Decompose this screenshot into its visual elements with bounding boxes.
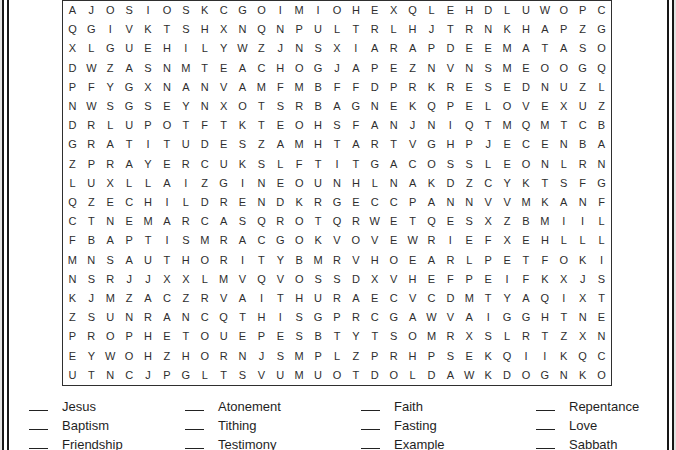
grid-cell: M <box>295 370 304 381</box>
grid-cell: C <box>125 197 133 208</box>
grid-cell: W <box>86 101 96 112</box>
grid-cell: G <box>87 24 96 35</box>
grid-cell: H <box>352 178 360 189</box>
grid-cell: X <box>163 274 170 285</box>
grid-cell: P <box>371 351 378 362</box>
grid-cell: L <box>183 197 189 208</box>
word-label: Repentance <box>569 399 639 414</box>
grid-cell: L <box>334 351 340 362</box>
word-label: Sabbath <box>569 437 617 450</box>
grid-cell: P <box>447 101 454 112</box>
window-frame-right-line-inner <box>667 0 669 450</box>
grid-cell: R <box>333 255 341 266</box>
grid-cell: Q <box>427 101 436 112</box>
grid-cell: V <box>220 293 227 304</box>
grid-cell: D <box>446 178 454 189</box>
grid-cell: I <box>146 5 149 16</box>
grid-cell: O <box>522 159 531 170</box>
word-list-item: Testimony <box>185 434 277 450</box>
grid-cell: R <box>465 24 473 35</box>
grid-cell: B <box>579 139 586 150</box>
grid-cell: P <box>144 120 151 131</box>
grid-cell: H <box>144 331 152 342</box>
word-list-item: Tithing <box>185 415 257 435</box>
grid-cell: E <box>466 235 473 246</box>
grid-cell: H <box>409 274 417 285</box>
grid-cell: Y <box>88 351 95 362</box>
grid-cell: I <box>279 5 282 16</box>
grid-cell: L <box>561 235 567 246</box>
word-list-row: Jesus Atonement Faith Repentance <box>0 396 676 415</box>
grid-cell: C <box>579 120 587 131</box>
grid-cell: E <box>69 351 76 362</box>
grid-cell: K <box>503 24 510 35</box>
grid-cell: P <box>560 24 567 35</box>
grid-cell: J <box>278 43 284 54</box>
grid-cell: D <box>371 82 379 93</box>
grid-cell: I <box>146 139 149 150</box>
grid-cell: M <box>540 120 549 131</box>
grid-cell: E <box>390 216 397 227</box>
grid-cell: D <box>68 63 76 74</box>
grid-cell: R <box>371 139 379 150</box>
grid-cell: I <box>543 351 546 362</box>
word-label: Friendship <box>62 437 123 450</box>
grid-cell: L <box>485 101 491 112</box>
grid-cell: H <box>522 24 530 35</box>
grid-cell: O <box>295 120 304 131</box>
grid-cell: S <box>333 274 340 285</box>
answer-blank <box>361 415 380 430</box>
grid-cell: C <box>125 370 133 381</box>
grid-cell: T <box>447 24 454 35</box>
grid-cell: L <box>485 159 491 170</box>
grid-cell: J <box>259 351 265 362</box>
grid-cell: Q <box>408 5 417 16</box>
grid-cell: J <box>145 274 151 285</box>
grid-cell: L <box>107 120 113 131</box>
grid-cell: N <box>390 178 398 189</box>
grid-cell: V <box>352 255 359 266</box>
grid-cell: Z <box>88 197 95 208</box>
grid-cell: S <box>560 178 567 189</box>
grid-cell: X <box>466 331 473 342</box>
grid-cell: J <box>89 293 95 304</box>
grid-cell: A <box>220 216 227 227</box>
grid-cell: O <box>295 178 304 189</box>
grid-cell: R <box>106 274 114 285</box>
word-label: Jesus <box>62 399 96 414</box>
grid-cell: S <box>390 331 397 342</box>
grid-cell: E <box>277 120 284 131</box>
grid-cell: Q <box>597 63 606 74</box>
grid-cell: I <box>184 43 187 54</box>
grid-cell: T <box>220 370 227 381</box>
grid-cell: P <box>428 351 435 362</box>
grid-cell: L <box>561 159 567 170</box>
grid-cell: B <box>314 331 321 342</box>
grid-cell: E <box>503 82 510 93</box>
grid-cell: E <box>447 216 454 227</box>
grid-cell: R <box>276 216 284 227</box>
grid-cell: G <box>333 197 342 208</box>
grid-cell: R <box>220 255 228 266</box>
grid-cell: L <box>410 370 416 381</box>
grid-cell: C <box>522 139 530 150</box>
word-list-item: Love <box>536 415 597 435</box>
grid-cell: A <box>182 82 189 93</box>
grid-cell: O <box>352 235 361 246</box>
grid-cell: Z <box>201 178 208 189</box>
grid-cell: K <box>314 235 321 246</box>
grid-cell: G <box>541 370 550 381</box>
grid-cell: U <box>125 120 133 131</box>
grid-cell: A <box>107 235 114 246</box>
grid-cell: D <box>201 139 209 150</box>
grid-cell: I <box>449 120 452 131</box>
grid-cell: S <box>88 274 95 285</box>
grid-cell: L <box>334 24 340 35</box>
grid-cell: U <box>560 82 568 93</box>
grid-cell: O <box>427 159 436 170</box>
grid-cell: N <box>579 197 587 208</box>
grid-cell: F <box>277 82 284 93</box>
grid-cell: A <box>107 139 114 150</box>
grid-cell: A <box>163 312 170 323</box>
grid-cell: X <box>107 178 114 189</box>
grid-cell: C <box>484 178 492 189</box>
grid-cell: F <box>353 82 360 93</box>
grid-cell: N <box>239 351 247 362</box>
grid-cell: L <box>277 159 283 170</box>
grid-cell: R <box>182 159 190 170</box>
grid-cell: M <box>502 120 511 131</box>
grid-cell: L <box>428 5 434 16</box>
grid-cell: E <box>541 139 548 150</box>
word-label: Baptism <box>62 418 109 433</box>
grid-cell: A <box>333 101 340 112</box>
grid-cell: O <box>295 235 304 246</box>
grid-cell: H <box>276 63 284 74</box>
grid-cell: T <box>182 120 189 131</box>
grid-cell: N <box>68 101 76 112</box>
answer-blank <box>185 434 204 449</box>
grid-cell: O <box>295 216 304 227</box>
grid-cell: S <box>107 101 114 112</box>
grid-cell: I <box>449 235 452 246</box>
grid-cell: D <box>428 370 436 381</box>
grid-cell: B <box>314 82 321 93</box>
grid-cell: A <box>239 63 246 74</box>
grid-cell: X <box>371 274 378 285</box>
grid-cell: T <box>277 293 284 304</box>
grid-cell: K <box>522 178 529 189</box>
grid-cell: H <box>257 312 265 323</box>
grid-cell: I <box>109 24 112 35</box>
grid-cell: E <box>220 63 227 74</box>
grid-cell: I <box>562 216 565 227</box>
grid-cell: H <box>144 351 152 362</box>
grid-cell: A <box>352 63 359 74</box>
grid-cell: N <box>257 178 265 189</box>
grid-cell: L <box>145 178 151 189</box>
grid-cell: N <box>68 274 76 285</box>
grid-cell: O <box>333 370 342 381</box>
grid-cell: L <box>69 178 75 189</box>
grid-cell: B <box>522 216 529 227</box>
grid-cell: B <box>296 255 303 266</box>
grid-cell: X <box>390 5 397 16</box>
grid-cell: C <box>257 235 265 246</box>
grid-cell: I <box>581 216 584 227</box>
word-list-item: Repentance <box>536 396 639 416</box>
grid-cell: E <box>390 63 397 74</box>
grid-cell: N <box>541 159 549 170</box>
grid-cell: Q <box>578 351 587 362</box>
grid-cell: U <box>220 331 228 342</box>
grid-cell: C <box>257 63 265 74</box>
grid-cell: W <box>105 351 115 362</box>
grid-cell: R <box>446 82 454 93</box>
grid-cell: I <box>600 255 603 266</box>
grid-cell: U <box>522 5 530 16</box>
grid-cell: Z <box>560 331 567 342</box>
grid-cell: W <box>464 370 474 381</box>
grid-cell: T <box>353 370 360 381</box>
grid-cell: K <box>296 197 303 208</box>
grid-cell: G <box>68 139 77 150</box>
grid-cell: A <box>163 216 170 227</box>
grid-cell: S <box>182 5 189 16</box>
grid-cell: A <box>409 178 416 189</box>
grid-cell: Z <box>69 312 76 323</box>
grid-cell: C <box>598 351 606 362</box>
grid-cell: Z <box>258 139 265 150</box>
grid-cell: T <box>541 43 548 54</box>
grid-cell: A <box>163 178 170 189</box>
word-list-item: Baptism <box>29 415 109 435</box>
grid-cell: G <box>427 139 436 150</box>
grid-cell: V <box>390 274 397 285</box>
grid-cell: S <box>144 101 151 112</box>
grid-cell: A <box>560 197 567 208</box>
grid-cell: N <box>163 82 171 93</box>
grid-cell: V <box>409 293 416 304</box>
grid-cell: H <box>541 312 549 323</box>
grid-cell: K <box>541 197 548 208</box>
grid-cell: U <box>314 293 322 304</box>
grid-cell: Q <box>522 120 531 131</box>
grid-cell: V <box>371 235 378 246</box>
grid-cell: P <box>125 331 132 342</box>
grid-cell: Y <box>503 293 510 304</box>
grid-cell: E <box>390 235 397 246</box>
grid-cell: G <box>578 63 587 74</box>
grid-cell: S <box>579 43 586 54</box>
grid-cell: D <box>276 197 284 208</box>
grid-cell: M <box>106 293 115 304</box>
grid-cell: M <box>502 63 511 74</box>
grid-cell: P <box>163 370 170 381</box>
grid-cell: G <box>314 63 323 74</box>
grid-cell: Q <box>257 274 266 285</box>
grid-cell: L <box>598 82 604 93</box>
grid-cell: D <box>522 82 530 93</box>
grid-cell: K <box>579 370 586 381</box>
grid-cell: H <box>182 255 190 266</box>
grid-cell: N <box>201 82 209 93</box>
grid-cell: C <box>163 293 171 304</box>
answer-blank <box>185 396 204 411</box>
grid-cell: T <box>315 216 322 227</box>
grid-cell: C <box>220 5 228 16</box>
grid-cell: B <box>598 120 605 131</box>
grid-cell: T <box>182 331 189 342</box>
grid-cell: J <box>334 63 340 74</box>
grid-cell: T <box>598 293 605 304</box>
grid-cell: T <box>485 293 492 304</box>
answer-blank <box>29 415 48 430</box>
grid-cell: E <box>163 159 170 170</box>
grid-cell: J <box>429 24 435 35</box>
grid-cell: F <box>334 82 341 93</box>
grid-cell: R <box>428 235 436 246</box>
grid-cell: P <box>409 197 416 208</box>
grid-cell: U <box>106 312 114 323</box>
grid-cell: S <box>125 5 132 16</box>
grid-cell: N <box>201 101 209 112</box>
grid-cell: K <box>484 370 491 381</box>
grid-cell: E <box>503 255 510 266</box>
word-list-row: Friendship Testimony Example Sabbath <box>0 434 676 450</box>
grid-cell: T <box>541 331 548 342</box>
word-list-item: Sabbath <box>536 434 617 450</box>
grid-cell: E <box>163 101 170 112</box>
grid-cell: Z <box>182 293 189 304</box>
grid-cell: L <box>598 235 604 246</box>
grid-cell: P <box>428 43 435 54</box>
grid-cell: U <box>314 370 322 381</box>
grid-cell: N <box>276 24 284 35</box>
grid-cell: C <box>390 197 398 208</box>
grid-cell: N <box>295 43 303 54</box>
answer-blank <box>536 396 555 411</box>
grid-cell: C <box>598 5 606 16</box>
grid-cell: T <box>239 312 246 323</box>
grid-cell: E <box>466 351 473 362</box>
grid-cell: I <box>165 197 168 208</box>
grid-cell: L <box>504 5 510 16</box>
grid-cell: Y <box>144 159 151 170</box>
grid-cell: V <box>239 274 246 285</box>
grid-cell: R <box>390 351 398 362</box>
grid-cell: T <box>523 255 530 266</box>
grid-cell: E <box>484 274 491 285</box>
grid-cell: E <box>239 197 246 208</box>
grid-cell: V <box>125 24 132 35</box>
grid-cell: O <box>389 370 398 381</box>
grid-cell: P <box>579 5 586 16</box>
grid-cell: S <box>314 43 321 54</box>
grid-cell: H <box>409 24 417 35</box>
grid-cell: H <box>144 197 152 208</box>
grid-cell: D <box>484 5 492 16</box>
grid-cell: Z <box>126 293 133 304</box>
grid-cell: Y <box>277 255 284 266</box>
grid-cell: Z <box>598 101 605 112</box>
grid-cell: C <box>201 159 209 170</box>
word-search-page: AJOSIOSKCGOIMIOHEXQLEHDLUWOPCQGIVKTSHXNQ… <box>0 0 676 450</box>
grid-cell: E <box>125 216 132 227</box>
grid-cell: E <box>277 331 284 342</box>
grid-cell: V <box>447 312 454 323</box>
grid-cell: O <box>541 63 550 74</box>
grid-cell: T <box>334 139 341 150</box>
grid-cell: O <box>106 5 115 16</box>
grid-cell: S <box>239 370 246 381</box>
grid-cell: U <box>220 159 228 170</box>
grid-cell: D <box>503 370 511 381</box>
grid-cell: S <box>277 351 284 362</box>
grid-cell: F <box>523 274 530 285</box>
grid-cell: T <box>409 216 416 227</box>
grid-cell: P <box>466 139 473 150</box>
grid-cell: S <box>484 63 491 74</box>
grid-cell: J <box>145 370 151 381</box>
grid-cell: M <box>502 43 511 54</box>
grid-cell: W <box>237 43 247 54</box>
grid-cell: N <box>465 63 473 74</box>
grid-cell: P <box>466 274 473 285</box>
grid-cell: T <box>126 139 133 150</box>
grid-cell: X <box>560 101 567 112</box>
grid-cell: F <box>69 235 76 246</box>
grid-cell: C <box>390 293 398 304</box>
grid-cell: P <box>314 351 321 362</box>
grid-cell: V <box>503 197 510 208</box>
grid-cell: Q <box>541 293 550 304</box>
answer-blank <box>185 415 204 430</box>
grid-cell: I <box>506 274 509 285</box>
grid-cell: X <box>484 216 491 227</box>
grid-cell: V <box>522 101 529 112</box>
grid-cell: S <box>277 101 284 112</box>
grid-cell: A <box>352 293 359 304</box>
grid-cell: P <box>333 312 340 323</box>
word-list-item: Example <box>361 434 445 450</box>
grid-cell: R <box>87 139 95 150</box>
grid-cell: N <box>106 370 114 381</box>
grid-cell: J <box>485 139 491 150</box>
grid-cell: G <box>503 312 512 323</box>
grid-cell: C <box>409 159 417 170</box>
grid-cell: X <box>220 101 227 112</box>
word-list-item: Atonement <box>185 396 281 416</box>
grid-cell: M <box>295 82 304 93</box>
grid-cell: O <box>200 351 209 362</box>
grid-cell: L <box>202 370 208 381</box>
word-label: Atonement <box>218 399 281 414</box>
grid-cell: K <box>69 293 76 304</box>
grid-cell: M <box>68 255 77 266</box>
grid-cell: D <box>371 370 379 381</box>
grid-cell: L <box>466 255 472 266</box>
grid-cell: E <box>522 63 529 74</box>
grid-cell: T <box>485 120 492 131</box>
grid-cell: F <box>296 159 303 170</box>
grid-cell: B <box>314 101 321 112</box>
answer-blank <box>29 434 48 449</box>
